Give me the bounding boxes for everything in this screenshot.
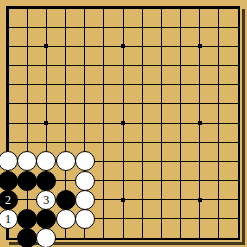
star-point (198, 44, 202, 48)
grid-line-horizontal (8, 142, 238, 143)
grid-line-vertical (218, 8, 219, 238)
stone-white[interactable] (75, 151, 95, 171)
stone-white[interactable]: 3 (36, 190, 56, 210)
stone-white[interactable]: 1 (0, 209, 18, 229)
stone-white[interactable] (75, 171, 95, 191)
stone-black[interactable] (56, 190, 76, 210)
stone-white[interactable] (75, 190, 95, 210)
stone-white[interactable] (56, 151, 76, 171)
stone-black[interactable]: 2 (0, 190, 18, 210)
move-number: 3 (43, 194, 49, 206)
stone-black[interactable] (36, 171, 56, 191)
star-point (44, 44, 48, 48)
star-point (121, 198, 125, 202)
grid-line-vertical (142, 8, 143, 238)
move-number: 2 (5, 194, 11, 206)
grid-line-vertical (161, 8, 162, 238)
star-point (121, 44, 125, 48)
star-point (44, 121, 48, 125)
stone-black[interactable] (17, 171, 37, 191)
go-diagram: 231 (0, 0, 247, 247)
stone-black[interactable] (17, 228, 37, 247)
stone-black[interactable] (17, 209, 37, 229)
star-point (198, 121, 202, 125)
star-point (121, 121, 125, 125)
stone-white[interactable] (75, 209, 95, 229)
stone-white[interactable] (56, 209, 76, 229)
star-point (198, 198, 202, 202)
board-shadow-right (242, 9, 245, 242)
grid-line-vertical (180, 8, 181, 238)
move-number: 1 (5, 213, 11, 225)
grid-line-vertical (238, 8, 239, 238)
stone-white[interactable] (36, 228, 56, 247)
stone-black[interactable] (0, 171, 18, 191)
